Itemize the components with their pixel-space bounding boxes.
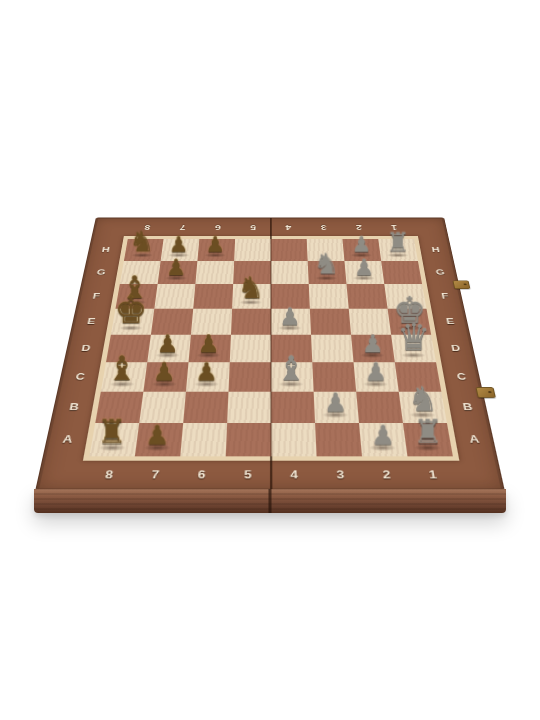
square-b2: [356, 392, 403, 423]
square-e7: [151, 309, 193, 335]
square-h3: [307, 239, 345, 261]
square-d8: [106, 335, 151, 363]
coordinate-label-G: G: [82, 261, 120, 284]
coordinate-label-6: 6: [177, 458, 225, 492]
square-d7: [147, 335, 191, 363]
square-a2: [359, 423, 407, 456]
coordinate-label-7: 7: [164, 218, 201, 237]
coordinate-label-5: 5: [224, 458, 271, 492]
square-g8: [120, 261, 161, 284]
square-f2: [347, 284, 388, 309]
coordinate-label-3: 3: [317, 458, 366, 492]
coordinate-label-A: A: [451, 423, 498, 456]
coordinate-label-7: 7: [130, 458, 180, 492]
square-h4: [271, 239, 308, 261]
square-h6: [197, 239, 235, 261]
square-g7: [158, 261, 198, 284]
square-c8: [101, 362, 147, 391]
coordinate-label-8: 8: [128, 218, 166, 237]
square-d5: [230, 335, 271, 363]
square-e6: [191, 309, 232, 335]
coordinate-label-1: 1: [375, 218, 413, 237]
brass-clasp-upper: [452, 281, 470, 289]
square-c2: [354, 362, 399, 391]
coordinate-label-5: 5: [235, 218, 271, 237]
square-e3: [310, 309, 351, 335]
square-g3: [308, 261, 347, 284]
square-f5: [232, 284, 271, 309]
square-b7: [139, 392, 186, 423]
square-c3: [312, 362, 356, 391]
square-d3: [311, 335, 354, 363]
coordinate-label-H: H: [418, 239, 455, 261]
square-f7: [154, 284, 195, 309]
file-labels-right: HGFEDCBA: [418, 239, 499, 457]
file-labels-left: HGFEDCBA: [44, 239, 124, 457]
coordinate-label-H: H: [87, 239, 124, 261]
square-g4: [271, 261, 309, 284]
square-d6: [189, 335, 231, 363]
square-f4: [271, 284, 310, 309]
square-h2: [342, 239, 381, 261]
square-f3: [309, 284, 349, 309]
square-a6: [180, 423, 227, 456]
coordinate-label-1: 1: [408, 458, 460, 492]
square-f1: [384, 284, 426, 309]
square-d4: [271, 335, 312, 363]
coordinate-label-B: B: [51, 392, 96, 423]
square-c1: [395, 362, 442, 391]
square-a1: [403, 423, 453, 456]
board-front-edge: [34, 489, 506, 513]
coordinate-label-2: 2: [341, 218, 378, 237]
board-frame: 87654321 87654321 HGFEDCBA HGFEDCBA: [35, 217, 505, 491]
product-photo-canvas: 87654321 87654321 HGFEDCBA HGFEDCBA ♞♟♟♟…: [0, 0, 540, 720]
square-h8: [124, 239, 164, 261]
rank-labels-bottom: 87654321: [83, 458, 459, 492]
board-plane: 87654321 87654321 HGFEDCBA HGFEDCBA ♞♟♟♟…: [35, 217, 505, 491]
square-a8: [89, 423, 139, 456]
square-b6: [183, 392, 228, 423]
coordinate-label-B: B: [446, 392, 491, 423]
square-d2: [351, 335, 395, 363]
square-c5: [229, 362, 272, 391]
square-f6: [193, 284, 233, 309]
coordinate-label-C: C: [58, 362, 102, 391]
coordinate-label-A: A: [44, 423, 91, 456]
fold-seam-front: [269, 489, 272, 513]
square-e8: [111, 309, 154, 335]
coordinate-label-4: 4: [271, 458, 318, 492]
square-g2: [344, 261, 384, 284]
square-f8: [115, 284, 157, 309]
square-c7: [143, 362, 188, 391]
square-e5: [231, 309, 271, 335]
coordinate-label-8: 8: [83, 458, 135, 492]
square-b8: [95, 392, 143, 423]
square-a5: [226, 423, 271, 456]
square-b1: [399, 392, 447, 423]
square-b4: [271, 392, 315, 423]
square-a4: [271, 423, 316, 456]
square-g6: [195, 261, 234, 284]
coordinate-label-2: 2: [362, 458, 412, 492]
square-h5: [234, 239, 271, 261]
coordinate-label-E: E: [430, 309, 471, 335]
square-b3: [314, 392, 359, 423]
coordinate-label-6: 6: [200, 218, 236, 237]
coordinate-label-D: D: [435, 335, 477, 363]
coordinate-label-C: C: [440, 362, 484, 391]
square-h1: [378, 239, 418, 261]
square-c6: [186, 362, 230, 391]
square-d1: [391, 335, 436, 363]
square-a7: [135, 423, 183, 456]
coordinate-label-4: 4: [271, 218, 307, 237]
brass-clasp-lower: [475, 387, 495, 398]
square-e1: [388, 309, 432, 335]
square-e2: [349, 309, 391, 335]
square-h7: [161, 239, 200, 261]
square-c4: [271, 362, 314, 391]
square-g5: [233, 261, 271, 284]
square-a3: [315, 423, 362, 456]
square-b5: [227, 392, 271, 423]
chess-board-scene: 87654321 87654321 HGFEDCBA HGFEDCBA ♞♟♟♟…: [70, 134, 470, 534]
coordinate-label-3: 3: [306, 218, 343, 237]
square-g1: [381, 261, 422, 284]
square-e4: [271, 309, 311, 335]
coordinate-label-D: D: [65, 335, 107, 363]
